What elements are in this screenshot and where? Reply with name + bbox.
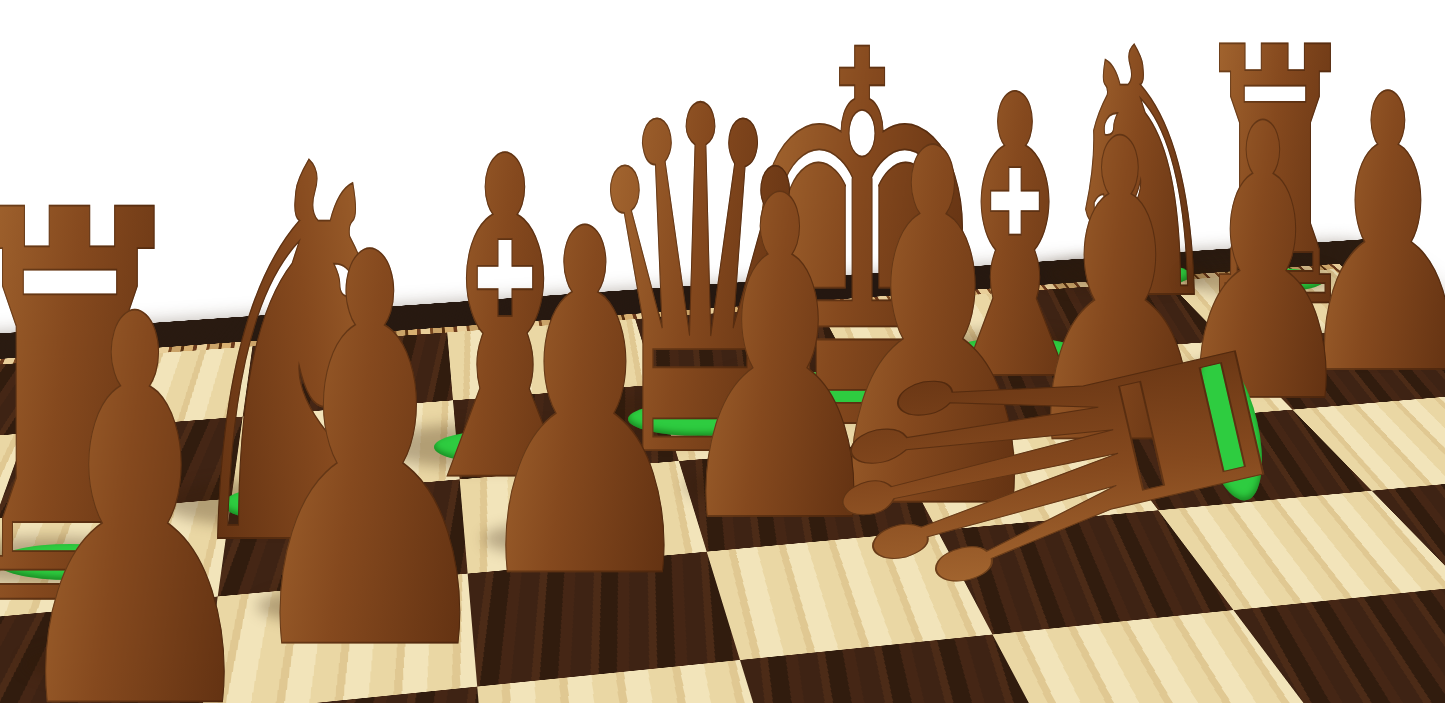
pawn-glyph: ♟ — [1, 248, 268, 703]
chess-set-photo: ♜♞♝♛♚♝♞♜♟♟♟♟♟♟♟♟♛ — [0, 0, 1445, 703]
pawn-glyph: ♟ — [236, 187, 505, 703]
pieces-layer: ♜♞♝♛♚♝♞♜♟♟♟♟♟♟♟♟♛ — [0, 0, 1445, 703]
